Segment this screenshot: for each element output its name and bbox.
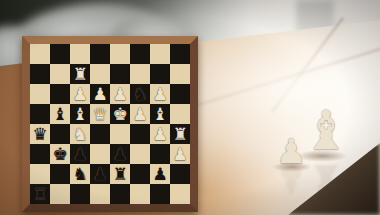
square-a8[interactable] (30, 44, 50, 64)
square-a2[interactable] (30, 164, 50, 184)
piece-white-bishop[interactable]: ♝ (150, 104, 170, 124)
square-f1[interactable] (130, 184, 150, 204)
piece-white-pawn[interactable]: ♟ (150, 84, 170, 104)
piece-black-knight[interactable]: ♞ (130, 84, 150, 104)
square-f6[interactable]: ♞ (130, 84, 150, 104)
square-b2[interactable] (50, 164, 70, 184)
square-b4[interactable] (50, 124, 70, 144)
square-h6[interactable] (170, 84, 190, 104)
square-d6[interactable]: ♟ (90, 84, 110, 104)
piece-white-rook[interactable]: ♜ (70, 64, 90, 84)
piece-white-knight[interactable]: ♞ (70, 124, 90, 144)
piece-black-pawn[interactable]: ♟ (110, 144, 130, 164)
piece-white-pawn[interactable]: ♟ (70, 84, 90, 104)
square-b3[interactable]: ♚ (50, 144, 70, 164)
square-a3[interactable] (30, 144, 50, 164)
square-e6[interactable]: ♟ (110, 84, 130, 104)
square-c5[interactable]: ♝ (70, 104, 90, 124)
square-g1[interactable] (150, 184, 170, 204)
piece-black-bishop[interactable]: ♝ (50, 104, 70, 124)
square-g5[interactable]: ♝ (150, 104, 170, 124)
piece-reflection: ♟ (276, 164, 306, 198)
scene: ♜♟♟♟♞♟♝♝♛♚♟♝♛♞♟♜♚♟♟♟♞♟♜♟♜ ♝ ♟ ♝ ♟ (0, 0, 380, 215)
square-b1[interactable] (50, 184, 70, 204)
square-d2[interactable]: ♟ (90, 164, 110, 184)
square-a4[interactable]: ♛ (30, 124, 50, 144)
square-c2[interactable]: ♞ (70, 164, 90, 184)
piece-black-pawn[interactable]: ♟ (150, 164, 170, 184)
square-e2[interactable]: ♜ (110, 164, 130, 184)
piece-black-rook[interactable]: ♜ (30, 184, 50, 204)
square-d7[interactable] (90, 64, 110, 84)
square-h3[interactable]: ♟ (170, 144, 190, 164)
square-c7[interactable]: ♜ (70, 64, 90, 84)
piece-white-king[interactable]: ♚ (110, 104, 130, 124)
square-f2[interactable] (130, 164, 150, 184)
board: ♜♟♟♟♞♟♝♝♛♚♟♝♛♞♟♜♚♟♟♟♞♟♜♟♜ (30, 44, 190, 204)
square-c3[interactable]: ♟ (70, 144, 90, 164)
piece-black-knight[interactable]: ♞ (70, 164, 90, 184)
square-g8[interactable] (150, 44, 170, 64)
square-f3[interactable] (130, 144, 150, 164)
square-f4[interactable] (130, 124, 150, 144)
square-h4[interactable]: ♜ (170, 124, 190, 144)
square-f7[interactable] (130, 64, 150, 84)
piece-black-queen[interactable]: ♛ (30, 124, 50, 144)
square-h5[interactable] (170, 104, 190, 124)
square-f5[interactable]: ♟ (130, 104, 150, 124)
square-g7[interactable] (150, 64, 170, 84)
square-a6[interactable] (30, 84, 50, 104)
square-g4[interactable]: ♟ (150, 124, 170, 144)
square-b8[interactable] (50, 44, 70, 64)
square-c1[interactable] (70, 184, 90, 204)
piece-white-pawn[interactable]: ♟ (150, 124, 170, 144)
square-b7[interactable] (50, 64, 70, 84)
square-f8[interactable] (130, 44, 150, 64)
square-e5[interactable]: ♚ (110, 104, 130, 124)
square-d1[interactable] (90, 184, 110, 204)
square-a1[interactable]: ♜ (30, 184, 50, 204)
piece-white-pawn[interactable]: ♟ (110, 84, 130, 104)
square-d8[interactable] (90, 44, 110, 64)
square-h8[interactable] (170, 44, 190, 64)
piece-white-pawn[interactable]: ♟ (130, 104, 150, 124)
piece-white-pawn[interactable]: ♟ (90, 84, 110, 104)
square-c4[interactable]: ♞ (70, 124, 90, 144)
piece-white-bishop[interactable]: ♝ (70, 104, 90, 124)
chessboard-frame: ♜♟♟♟♞♟♝♝♛♚♟♝♛♞♟♜♚♟♟♟♞♟♜♟♜ (22, 36, 198, 212)
square-h7[interactable] (170, 64, 190, 84)
piece-black-pawn[interactable]: ♟ (90, 164, 110, 184)
square-c6[interactable]: ♟ (70, 84, 90, 104)
square-e4[interactable] (110, 124, 130, 144)
square-g2[interactable]: ♟ (150, 164, 170, 184)
piece-white-queen[interactable]: ♛ (90, 104, 110, 124)
square-e7[interactable] (110, 64, 130, 84)
square-b5[interactable]: ♝ (50, 104, 70, 124)
square-e3[interactable]: ♟ (110, 144, 130, 164)
square-a5[interactable] (30, 104, 50, 124)
square-a7[interactable] (30, 64, 50, 84)
square-c8[interactable] (70, 44, 90, 64)
piece-black-king[interactable]: ♚ (50, 144, 70, 164)
square-e8[interactable] (110, 44, 130, 64)
piece-white-rook[interactable]: ♜ (170, 124, 190, 144)
square-g3[interactable] (150, 144, 170, 164)
square-d3[interactable] (90, 144, 110, 164)
square-g6[interactable]: ♟ (150, 84, 170, 104)
square-d5[interactable]: ♛ (90, 104, 110, 124)
piece-black-rook[interactable]: ♜ (110, 164, 130, 184)
piece-white-pawn[interactable]: ♟ (170, 144, 190, 164)
square-h2[interactable] (170, 164, 190, 184)
piece-black-pawn[interactable]: ♟ (70, 144, 90, 164)
square-e1[interactable] (110, 184, 130, 204)
square-b6[interactable] (50, 84, 70, 104)
off-board-white-bishop[interactable]: ♝ (302, 104, 350, 158)
square-d4[interactable] (90, 124, 110, 144)
square-h1[interactable] (170, 184, 190, 204)
